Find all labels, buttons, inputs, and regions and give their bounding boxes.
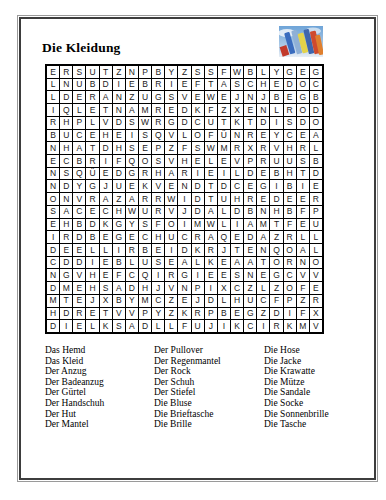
grid-cell-r4-c6: N (113, 104, 125, 116)
grid-cell-r19-c14: L (218, 295, 230, 307)
grid-cell-r4-c16: E (244, 104, 256, 116)
grid-cell-r3-c3: E (73, 91, 85, 103)
grid-cell-r6-c2: U (60, 130, 72, 142)
grid-cell-r9-c14: I (218, 168, 230, 180)
grid-cell-r12-c5: C (100, 206, 112, 218)
grid-cell-r13-c4: D (86, 219, 98, 231)
grid-cell-r5-c7: S (126, 117, 138, 129)
grid-cell-r16-c2: D (60, 257, 72, 269)
grid-cell-r14-c3: D (73, 231, 85, 243)
grid-cell-r13-c6: G (113, 219, 125, 231)
grid-cell-r14-c19: R (284, 231, 296, 243)
grid-cell-r10-c5: J (100, 180, 112, 192)
grid-cell-r11-c10: W (165, 193, 177, 205)
grid-cell-r2-c17: H (257, 79, 269, 91)
grid-cell-r8-c7: Q (126, 155, 138, 167)
grid-cell-r11-c6: Z (113, 193, 125, 205)
grid-cell-r21-c4: L (86, 320, 98, 332)
grid-cell-r18-c7: D (126, 282, 138, 294)
grid-cell-r3-c17: J (257, 91, 269, 103)
grid-cell-r11-c18: D (270, 193, 282, 205)
word-item: Das Kleid (45, 356, 104, 367)
grid-cell-r5-c8: W (139, 117, 151, 129)
grid-cell-r8-c6: F (113, 155, 125, 167)
grid-cell-r2-c14: A (218, 79, 230, 91)
grid-cell-r2-c21: C (310, 79, 322, 91)
word-item: Der Schuh (154, 377, 221, 388)
grid-cell-r21-c1: D (47, 320, 59, 332)
grid-cell-r11-c15: H (231, 193, 243, 205)
word-item: Der Hut (45, 409, 104, 420)
word-item: Die Hose (264, 345, 329, 356)
grid-cell-r13-c21: U (310, 219, 322, 231)
grid-cell-r11-c21: R (310, 193, 322, 205)
grid-cell-r19-c3: E (73, 295, 85, 307)
grid-cell-r21-c19: K (284, 320, 296, 332)
grid-cell-r11-c13: T (205, 193, 217, 205)
grid-cell-r12-c4: E (86, 206, 98, 218)
grid-cell-r11-c7: A (126, 193, 138, 205)
grid-cell-r5-c18: I (270, 117, 282, 129)
grid-cell-r6-c1: B (47, 130, 59, 142)
grid-cell-r12-c8: U (139, 206, 151, 218)
grid-cell-r6-c8: S (139, 130, 151, 142)
grid-cell-r21-c5: K (100, 320, 112, 332)
grid-cell-r15-c14: J (218, 244, 230, 256)
grid-cell-r17-c7: C (126, 269, 138, 281)
grid-cell-r7-c3: A (73, 142, 85, 154)
grid-cell-r2-c15: S (231, 79, 243, 91)
grid-cell-r9-c10: A (165, 168, 177, 180)
grid-cell-r19-c8: M (139, 295, 151, 307)
grid-cell-r21-c3: E (73, 320, 85, 332)
grid-cell-r17-c8: Q (139, 269, 151, 281)
grid-cell-r18-c17: L (257, 282, 269, 294)
grid-cell-r8-c13: L (205, 155, 217, 167)
grid-cell-r18-c8: H (139, 282, 151, 294)
grid-cell-r5-c11: D (178, 117, 190, 129)
grid-cell-r15-c9: E (152, 244, 164, 256)
grid-cell-r11-c9: R (152, 193, 164, 205)
grid-cell-r12-c20: F (297, 206, 309, 218)
grid-cell-r17-c9: I (152, 269, 164, 281)
grid-cell-r19-c18: F (270, 295, 282, 307)
grid-cell-r21-c9: L (152, 320, 164, 332)
grid-cell-r17-c11: G (178, 269, 190, 281)
grid-cell-r19-c16: U (244, 295, 256, 307)
grid-cell-r12-c13: A (205, 206, 217, 218)
grid-cell-r8-c11: H (178, 155, 190, 167)
grid-cell-r15-c10: I (165, 244, 177, 256)
grid-cell-r19-c13: D (205, 295, 217, 307)
grid-cell-r21-c20: M (297, 320, 309, 332)
grid-cell-r6-c13: F (205, 130, 217, 142)
word-item: Die Brille (154, 419, 221, 430)
grid-cell-r9-c4: Ü (86, 168, 98, 180)
grid-cell-r20-c17: Z (257, 308, 269, 320)
grid-cell-r20-c14: B (218, 308, 230, 320)
grid-cell-r10-c13: T (205, 180, 217, 192)
grid-cell-r14-c11: C (178, 231, 190, 243)
grid-cell-r15-c17: N (257, 244, 269, 256)
grid-cell-r7-c7: S (126, 142, 138, 154)
grid-cell-r7-c9: P (152, 142, 164, 154)
grid-cell-r7-c20: R (297, 142, 309, 154)
grid-cell-r18-c3: E (73, 282, 85, 294)
grid-cell-r16-c3: D (73, 257, 85, 269)
grid-cell-r5-c3: P (73, 117, 85, 129)
grid-cell-r14-c9: H (152, 231, 164, 243)
grid-cell-r16-c15: A (231, 257, 243, 269)
grid-cell-r4-c7: A (126, 104, 138, 116)
grid-cell-r3-c6: N (113, 91, 125, 103)
grid-cell-r19-c21: R (310, 295, 322, 307)
grid-cell-r11-c19: E (284, 193, 296, 205)
grid-cell-r1-c6: Z (113, 66, 125, 78)
grid-cell-r7-c15: R (231, 142, 243, 154)
word-search-grid: ERSUTZNPBYZSSFWBLYGEGLNUBDIEBRIEFTASCHED… (45, 64, 324, 334)
word-item: Die Bluse (154, 398, 221, 409)
grid-cell-r17-c1: N (47, 269, 59, 281)
grid-cell-r10-c14: D (218, 180, 230, 192)
grid-cell-r13-c11: I (178, 219, 190, 231)
grid-cell-r19-c20: Z (297, 295, 309, 307)
grid-cell-r13-c13: W (205, 219, 217, 231)
grid-cell-r17-c10: R (165, 269, 177, 281)
grid-cell-r8-c2: C (60, 155, 72, 167)
grid-cell-r18-c9: J (152, 282, 164, 294)
grid-cell-r6-c20: E (297, 130, 309, 142)
grid-cell-r20-c13: P (205, 308, 217, 320)
grid-cell-r2-c8: B (139, 79, 151, 91)
grid-cell-r14-c21: L (310, 231, 322, 243)
word-list-column2: Der PulloverDer RegenmantelDer RockDer S… (154, 345, 221, 430)
grid-cell-r10-c7: E (126, 180, 138, 192)
grid-cell-r19-c12: J (192, 295, 204, 307)
grid-cell-r7-c21: L (310, 142, 322, 154)
grid-cell-r17-c18: G (270, 269, 282, 281)
grid-cell-r20-c9: Y (152, 308, 164, 320)
grid-cell-r21-c11: F (178, 320, 190, 332)
grid-cell-r1-c4: U (86, 66, 98, 78)
grid-cell-r14-c17: A (257, 231, 269, 243)
grid-cell-r4-c20: O (297, 104, 309, 116)
grid-cell-r12-c7: W (126, 206, 138, 218)
grid-cell-r17-c14: E (218, 269, 230, 281)
grid-cell-r14-c16: D (244, 231, 256, 243)
grid-cell-r14-c13: A (205, 231, 217, 243)
grid-cell-r19-c15: H (231, 295, 243, 307)
grid-cell-r14-c2: R (60, 231, 72, 243)
grid-cell-r5-c19: S (284, 117, 296, 129)
grid-cell-r8-c3: B (73, 155, 85, 167)
grid-cell-r4-c19: R (284, 104, 296, 116)
grid-cell-r8-c8: O (139, 155, 151, 167)
grid-cell-r7-c18: V (270, 142, 282, 154)
grid-cell-r21-c18: R (270, 320, 282, 332)
grid-cell-r3-c9: G (152, 91, 164, 103)
grid-cell-r2-c6: I (113, 79, 125, 91)
grid-cell-r20-c12: R (192, 308, 204, 320)
grid-cell-r9-c12: I (192, 168, 204, 180)
grid-cell-r1-c10: Y (165, 66, 177, 78)
grid-cell-r15-c4: L (86, 244, 98, 256)
grid-cell-r17-c12: I (192, 269, 204, 281)
grid-cell-r21-c8: D (139, 320, 151, 332)
grid-cell-r20-c8: P (139, 308, 151, 320)
grid-cell-r19-c19: P (284, 295, 296, 307)
grid-cell-r17-c21: V (310, 269, 322, 281)
grid-cell-r13-c19: F (284, 219, 296, 231)
grid-cell-r5-c14: T (218, 117, 230, 129)
grid-cell-r8-c9: S (152, 155, 164, 167)
grid-cell-r3-c1: L (47, 91, 59, 103)
grid-cell-r20-c10: Z (165, 308, 177, 320)
grid-cell-r4-c11: D (178, 104, 190, 116)
word-item: Die Sonnenbrille (264, 409, 329, 420)
grid-cell-r7-c10: Z (165, 142, 177, 154)
grid-cell-r9-c3: Q (73, 168, 85, 180)
word-item: Der Anzug (45, 366, 104, 377)
grid-cell-r5-c20: D (297, 117, 309, 129)
grid-cell-r1-c18: Y (270, 66, 282, 78)
grid-cell-r10-c20: I (297, 180, 309, 192)
grid-cell-r14-c14: Q (218, 231, 230, 243)
grid-cell-r20-c7: V (126, 308, 138, 320)
grid-cell-r13-c1: E (47, 219, 59, 231)
grid-cell-r6-c10: V (165, 130, 177, 142)
grid-cell-r5-c10: G (165, 117, 177, 129)
grid-cell-r14-c18: Z (270, 231, 282, 243)
grid-cell-r3-c15: J (231, 91, 243, 103)
clothespins-photo (279, 26, 323, 57)
grid-cell-r3-c16: N (244, 91, 256, 103)
word-item: Der Handschuh (45, 398, 104, 409)
word-item: Der Rock (154, 366, 221, 377)
grid-cell-r6-c11: L (178, 130, 190, 142)
grid-cell-r18-c4: H (86, 282, 98, 294)
grid-cell-r21-c13: J (205, 320, 217, 332)
grid-cell-r13-c15: I (231, 219, 243, 231)
grid-cell-r1-c13: S (205, 66, 217, 78)
grid-cell-r3-c11: V (178, 91, 190, 103)
grid-cell-r10-c18: I (270, 180, 282, 192)
grid-cell-r9-c2: S (60, 168, 72, 180)
grid-cell-r8-c5: I (100, 155, 112, 167)
grid-cell-r14-c4: B (86, 231, 98, 243)
grid-cell-r1-c8: P (139, 66, 151, 78)
grid-cell-r13-c16: A (244, 219, 256, 231)
grid-cell-r4-c14: Z (218, 104, 230, 116)
grid-cell-r15-c8: B (139, 244, 151, 256)
grid-cell-r13-c12: M (192, 219, 204, 231)
grid-cell-r14-c20: L (297, 231, 309, 243)
grid-cell-r10-c1: N (47, 180, 59, 192)
grid-cell-r11-c12: D (192, 193, 204, 205)
grid-cell-r11-c1: O (47, 193, 59, 205)
grid-cell-r11-c2: N (60, 193, 72, 205)
grid-cell-r12-c12: D (192, 206, 204, 218)
grid-cell-r14-c8: C (139, 231, 151, 243)
grid-cell-r8-c18: U (270, 155, 282, 167)
grid-cell-r7-c13: W (205, 142, 217, 154)
grid-cell-r15-c20: A (297, 244, 309, 256)
grid-cell-r12-c15: D (231, 206, 243, 218)
grid-cell-r12-c3: C (73, 206, 85, 218)
grid-cell-r2-c12: F (192, 79, 204, 91)
grid-cell-r4-c17: N (257, 104, 269, 116)
word-item: Die Tasche (264, 419, 329, 430)
grid-cell-r13-c20: E (297, 219, 309, 231)
grid-cell-r12-c18: H (270, 206, 282, 218)
grid-cell-r21-c12: U (192, 320, 204, 332)
grid-cell-r13-c14: L (218, 219, 230, 231)
grid-cell-r9-c13: E (205, 168, 217, 180)
grid-cell-r11-c20: E (297, 193, 309, 205)
word-item: Die Socke (264, 398, 329, 409)
grid-cell-r14-c1: I (47, 231, 59, 243)
grid-cell-r9-c11: R (178, 168, 190, 180)
grid-cell-r8-c21: B (310, 155, 322, 167)
word-list-column1: Das HemdDas KleidDer AnzugDer BadeanzugD… (45, 345, 104, 430)
grid-cell-r4-c10: E (165, 104, 177, 116)
grid-cell-r9-c9: H (152, 168, 164, 180)
grid-cell-r13-c9: F (152, 219, 164, 231)
grid-cell-r21-c17: I (257, 320, 269, 332)
grid-cell-r5-c17: D (257, 117, 269, 129)
grid-cell-r6-c5: H (100, 130, 112, 142)
grid-cell-r8-c16: P (244, 155, 256, 167)
grid-cell-r21-c16: C (244, 320, 256, 332)
grid-cell-r8-c20: S (297, 155, 309, 167)
grid-cell-r3-c5: A (100, 91, 112, 103)
grid-cell-r5-c15: K (231, 117, 243, 129)
grid-cell-r14-c12: R (192, 231, 204, 243)
grid-cell-r21-c2: I (60, 320, 72, 332)
grid-cell-r17-c16: N (244, 269, 256, 281)
grid-cell-r2-c11: E (178, 79, 190, 91)
grid-cell-r18-c12: P (192, 282, 204, 294)
word-item: Der Gürtel (45, 387, 104, 398)
grid-cell-r4-c3: L (73, 104, 85, 116)
grid-cell-r20-c11: K (178, 308, 190, 320)
grid-cell-r13-c7: Y (126, 219, 138, 231)
grid-cell-r10-c17: G (257, 180, 269, 192)
grid-cell-r12-c1: S (47, 206, 59, 218)
grid-cell-r16-c17: T (257, 257, 269, 269)
grid-cell-r12-c9: R (152, 206, 164, 218)
grid-cell-r15-c15: T (231, 244, 243, 256)
grid-cell-r7-c16: X (244, 142, 256, 154)
grid-cell-r15-c5: L (100, 244, 112, 256)
word-item: Die Jacke (264, 356, 329, 367)
grid-cell-r3-c19: E (284, 91, 296, 103)
grid-cell-r12-c17: N (257, 206, 269, 218)
grid-cell-r12-c16: B (244, 206, 256, 218)
grid-cell-r19-c1: M (47, 295, 59, 307)
grid-cell-r7-c11: F (178, 142, 190, 154)
grid-cell-r18-c11: N (178, 282, 190, 294)
grid-cell-r10-c15: C (231, 180, 243, 192)
grid-cell-r11-c17: E (257, 193, 269, 205)
grid-cell-r13-c17: M (257, 219, 269, 231)
grid-cell-r1-c9: B (152, 66, 164, 78)
word-item: Der Stiefel (154, 387, 221, 398)
grid-cell-r10-c21: E (310, 180, 322, 192)
grid-cell-r1-c17: L (257, 66, 269, 78)
grid-cell-r10-c2: D (60, 180, 72, 192)
grid-cell-r20-c4: E (86, 308, 98, 320)
grid-cell-r20-c19: I (284, 308, 296, 320)
grid-cell-r7-c5: D (100, 142, 112, 154)
grid-cell-r5-c13: U (205, 117, 217, 129)
grid-cell-r4-c18: L (270, 104, 282, 116)
grid-cell-r6-c7: I (126, 130, 138, 142)
grid-cell-r16-c19: R (284, 257, 296, 269)
grid-cell-r8-c12: E (192, 155, 204, 167)
grid-cell-r2-c9: R (152, 79, 164, 91)
grid-cell-r8-c4: R (86, 155, 98, 167)
grid-cell-r3-c8: U (139, 91, 151, 103)
grid-cell-r2-c5: D (100, 79, 112, 91)
grid-cell-r19-c9: C (152, 295, 164, 307)
grid-cell-r3-c4: R (86, 91, 98, 103)
word-item: Der Mantel (45, 419, 104, 430)
grid-cell-r18-c21: E (310, 282, 322, 294)
worksheet-page: Die Kleidung (17, 15, 378, 482)
word-list: Das HemdDas KleidDer AnzugDer BadeanzugD… (45, 345, 365, 437)
grid-cell-r20-c15: E (231, 308, 243, 320)
grid-cell-r4-c1: I (47, 104, 59, 116)
grid-cell-r12-c14: L (218, 206, 230, 218)
grid-cell-r13-c10: O (165, 219, 177, 231)
grid-cell-r12-c19: B (284, 206, 296, 218)
grid-cell-r18-c13: I (205, 282, 217, 294)
grid-cell-r13-c18: T (270, 219, 282, 231)
page-border: Die Kleidung (19, 17, 376, 480)
grid-cell-r19-c5: X (100, 295, 112, 307)
grid-cell-r21-c21: V (310, 320, 322, 332)
grid-cell-r15-c1: D (47, 244, 59, 256)
grid-cell-r6-c15: N (231, 130, 243, 142)
grid-cell-r20-c21: X (310, 308, 322, 320)
grid-cell-r7-c1: N (47, 142, 59, 154)
grid-cell-r3-c14: E (218, 91, 230, 103)
grid-cell-r9-c17: E (257, 168, 269, 180)
grid-cell-r6-c16: R (244, 130, 256, 142)
grid-cell-r2-c13: T (205, 79, 217, 91)
grid-cell-r1-c12: S (192, 66, 204, 78)
grid-cell-r1-c7: N (126, 66, 138, 78)
grid-cell-r17-c3: V (73, 269, 85, 281)
grid-cell-r1-c1: E (47, 66, 59, 78)
grid-cell-r9-c1: N (47, 168, 59, 180)
grid-cell-r17-c4: H (86, 269, 98, 281)
grid-cell-r1-c3: S (73, 66, 85, 78)
word-item: Die Sandale (264, 387, 329, 398)
grid-cell-r16-c11: A (178, 257, 190, 269)
grid-cell-r13-c5: K (100, 219, 112, 231)
grid-cell-r20-c18: D (270, 308, 282, 320)
grid-cell-r3-c18: B (270, 91, 282, 103)
grid-cell-r9-c19: H (284, 168, 296, 180)
grid-cell-r17-c2: G (60, 269, 72, 281)
grid-cell-r11-c11: I (178, 193, 190, 205)
grid-cell-r7-c14: M (218, 142, 230, 154)
grid-cell-r17-c13: E (205, 269, 217, 281)
grid-cell-r7-c12: S (192, 142, 204, 154)
grid-cell-r1-c21: G (310, 66, 322, 78)
